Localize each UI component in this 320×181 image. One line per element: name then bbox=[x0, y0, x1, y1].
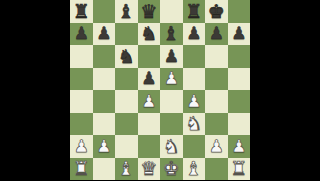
square-e3[interactable] bbox=[160, 113, 183, 136]
square-a8[interactable]: ♜ bbox=[70, 0, 93, 23]
white-rook-a1[interactable]: ♜ bbox=[73, 159, 90, 178]
square-e1[interactable]: ♚ bbox=[160, 158, 183, 181]
square-g1[interactable] bbox=[205, 158, 228, 181]
black-pawn-b7[interactable]: ♟ bbox=[96, 25, 111, 42]
square-g2[interactable]: ♟ bbox=[205, 135, 228, 158]
white-pawn-e5[interactable]: ♟ bbox=[164, 70, 179, 87]
square-c4[interactable] bbox=[115, 90, 138, 113]
square-c3[interactable] bbox=[115, 113, 138, 136]
white-pawn-b2[interactable]: ♟ bbox=[96, 137, 111, 154]
square-b5[interactable] bbox=[93, 68, 116, 91]
square-a3[interactable] bbox=[70, 113, 93, 136]
white-rook-h1[interactable]: ♜ bbox=[230, 159, 247, 178]
letterbox-left bbox=[0, 0, 70, 180]
square-g4[interactable] bbox=[205, 90, 228, 113]
black-rook-a8[interactable]: ♜ bbox=[73, 1, 90, 20]
black-bishop-c8[interactable]: ♝ bbox=[118, 1, 135, 20]
white-queen-d1[interactable]: ♛ bbox=[140, 159, 157, 178]
black-queen-d8[interactable]: ♛ bbox=[140, 1, 157, 20]
square-e5[interactable]: ♟ bbox=[160, 68, 183, 91]
square-d3[interactable] bbox=[138, 113, 161, 136]
square-h5[interactable] bbox=[228, 68, 251, 91]
square-c1[interactable]: ♝ bbox=[115, 158, 138, 181]
square-g8[interactable]: ♚ bbox=[205, 0, 228, 23]
square-f6[interactable] bbox=[183, 45, 206, 68]
black-pawn-d5[interactable]: ♟ bbox=[141, 70, 156, 87]
square-a7[interactable]: ♟ bbox=[70, 23, 93, 46]
square-b6[interactable] bbox=[93, 45, 116, 68]
square-e7[interactable]: ♝ bbox=[160, 23, 183, 46]
square-d5[interactable]: ♟ bbox=[138, 68, 161, 91]
square-c6[interactable]: ♞ bbox=[115, 45, 138, 68]
square-f3[interactable]: ♞ bbox=[183, 113, 206, 136]
square-a1[interactable]: ♜ bbox=[70, 158, 93, 181]
white-bishop-f1[interactable]: ♝ bbox=[185, 159, 202, 178]
square-a4[interactable] bbox=[70, 90, 93, 113]
white-bishop-c1[interactable]: ♝ bbox=[118, 159, 135, 178]
black-pawn-h7[interactable]: ♟ bbox=[231, 25, 246, 42]
black-rook-f8[interactable]: ♜ bbox=[185, 1, 202, 20]
square-f2[interactable] bbox=[183, 135, 206, 158]
square-h6[interactable] bbox=[228, 45, 251, 68]
square-f5[interactable] bbox=[183, 68, 206, 91]
square-d2[interactable] bbox=[138, 135, 161, 158]
black-pawn-e6[interactable]: ♟ bbox=[164, 47, 179, 64]
app-window: ♜♝♛♜♚♟♟♞♝♟♟♟♞♟♟♟♟♟♞♟♟♞♟♟♜♝♛♚♝♜ bbox=[0, 0, 320, 180]
square-f4[interactable]: ♟ bbox=[183, 90, 206, 113]
square-b1[interactable] bbox=[93, 158, 116, 181]
square-g3[interactable] bbox=[205, 113, 228, 136]
black-knight-d7[interactable]: ♞ bbox=[140, 24, 157, 43]
white-pawn-h2[interactable]: ♟ bbox=[231, 137, 246, 154]
square-c2[interactable] bbox=[115, 135, 138, 158]
square-c5[interactable] bbox=[115, 68, 138, 91]
square-a2[interactable]: ♟ bbox=[70, 135, 93, 158]
square-a5[interactable] bbox=[70, 68, 93, 91]
white-pawn-a2[interactable]: ♟ bbox=[74, 137, 89, 154]
black-pawn-g7[interactable]: ♟ bbox=[209, 25, 224, 42]
square-c7[interactable] bbox=[115, 23, 138, 46]
square-b3[interactable] bbox=[93, 113, 116, 136]
white-knight-f3[interactable]: ♞ bbox=[185, 114, 202, 133]
square-b8[interactable] bbox=[93, 0, 116, 23]
square-h4[interactable] bbox=[228, 90, 251, 113]
white-pawn-d4[interactable]: ♟ bbox=[141, 92, 156, 109]
square-a6[interactable] bbox=[70, 45, 93, 68]
square-e4[interactable] bbox=[160, 90, 183, 113]
white-knight-e2[interactable]: ♞ bbox=[163, 136, 180, 155]
square-d8[interactable]: ♛ bbox=[138, 0, 161, 23]
square-f7[interactable]: ♟ bbox=[183, 23, 206, 46]
square-g6[interactable] bbox=[205, 45, 228, 68]
square-d6[interactable] bbox=[138, 45, 161, 68]
square-h8[interactable] bbox=[228, 0, 251, 23]
square-d7[interactable]: ♞ bbox=[138, 23, 161, 46]
black-pawn-f7[interactable]: ♟ bbox=[186, 25, 201, 42]
black-pawn-a7[interactable]: ♟ bbox=[74, 25, 89, 42]
square-g5[interactable] bbox=[205, 68, 228, 91]
chess-board: ♜♝♛♜♚♟♟♞♝♟♟♟♞♟♟♟♟♟♞♟♟♞♟♟♜♝♛♚♝♜ bbox=[70, 0, 250, 180]
black-bishop-e7[interactable]: ♝ bbox=[163, 24, 180, 43]
square-h1[interactable]: ♜ bbox=[228, 158, 251, 181]
square-e8[interactable] bbox=[160, 0, 183, 23]
white-pawn-f4[interactable]: ♟ bbox=[186, 92, 201, 109]
letterbox-right bbox=[250, 0, 320, 180]
square-f1[interactable]: ♝ bbox=[183, 158, 206, 181]
black-knight-c6[interactable]: ♞ bbox=[118, 46, 135, 65]
square-d1[interactable]: ♛ bbox=[138, 158, 161, 181]
square-e2[interactable]: ♞ bbox=[160, 135, 183, 158]
square-b2[interactable]: ♟ bbox=[93, 135, 116, 158]
square-c8[interactable]: ♝ bbox=[115, 0, 138, 23]
white-pawn-g2[interactable]: ♟ bbox=[209, 137, 224, 154]
square-f8[interactable]: ♜ bbox=[183, 0, 206, 23]
square-e6[interactable]: ♟ bbox=[160, 45, 183, 68]
black-king-g8[interactable]: ♚ bbox=[208, 1, 225, 20]
white-king-e1[interactable]: ♚ bbox=[163, 159, 180, 178]
square-h3[interactable] bbox=[228, 113, 251, 136]
square-g7[interactable]: ♟ bbox=[205, 23, 228, 46]
square-b7[interactable]: ♟ bbox=[93, 23, 116, 46]
square-b4[interactable] bbox=[93, 90, 116, 113]
square-h7[interactable]: ♟ bbox=[228, 23, 251, 46]
square-h2[interactable]: ♟ bbox=[228, 135, 251, 158]
square-d4[interactable]: ♟ bbox=[138, 90, 161, 113]
